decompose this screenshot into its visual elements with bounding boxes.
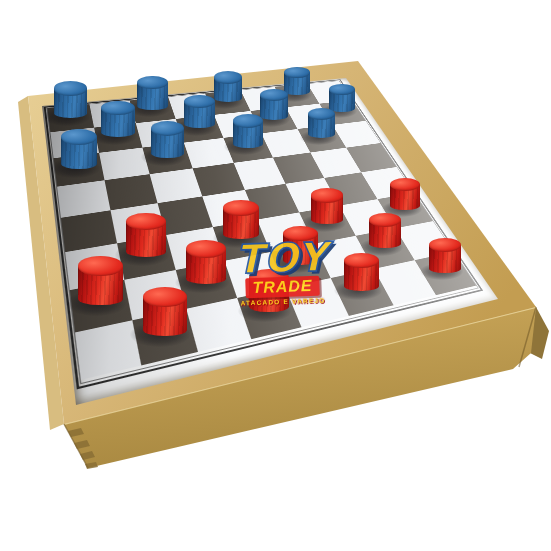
watermark-line1: TOY bbox=[221, 236, 342, 280]
toy-trade-watermark: TOY TRADE ATACADO E VAREJO bbox=[221, 236, 343, 308]
watermark-line2: TRADE bbox=[245, 276, 320, 299]
board-square-light bbox=[75, 320, 141, 380]
checkers-box-photo: TOY TRADE ATACADO E VAREJO bbox=[0, 0, 551, 551]
